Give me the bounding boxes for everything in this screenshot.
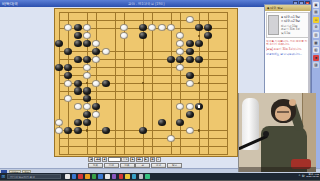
white-stone[interactable] xyxy=(102,48,110,55)
black-stone[interactable] xyxy=(74,32,82,39)
black-stone[interactable] xyxy=(139,127,147,134)
taskbar-app-icon[interactable] xyxy=(85,174,90,179)
white-stone[interactable] xyxy=(74,103,82,110)
black-stone[interactable] xyxy=(186,111,194,118)
nav-go-button[interactable]: 이동 xyxy=(121,157,129,162)
chat-message: [알림] 초읽기 30초 3회입니다. xyxy=(266,48,310,51)
white-stone[interactable] xyxy=(120,24,128,31)
black-stone[interactable] xyxy=(74,119,82,126)
webcam-overlay xyxy=(238,93,316,172)
black-stone[interactable] xyxy=(83,40,91,47)
white-stone[interactable] xyxy=(148,24,156,31)
black-stone[interactable] xyxy=(195,40,203,47)
white-stone[interactable] xyxy=(176,32,184,39)
black-stone[interactable] xyxy=(102,127,110,134)
white-stone[interactable] xyxy=(92,40,100,47)
taskbar-app-icon[interactable] xyxy=(145,174,150,179)
star-point xyxy=(198,82,200,84)
white-stone[interactable] xyxy=(92,56,100,63)
nav-forward-button[interactable]: ▦ xyxy=(150,157,155,162)
black-stone[interactable] xyxy=(186,40,194,47)
black-stone[interactable] xyxy=(176,56,184,63)
taskbar-search-input[interactable]: 여기에 입력하여 검색 xyxy=(7,174,61,180)
white-stone[interactable] xyxy=(83,64,91,71)
black-stone[interactable] xyxy=(83,119,91,126)
black-stone[interactable] xyxy=(74,80,82,87)
taskbar-app-icon[interactable] xyxy=(98,174,103,179)
black-stone[interactable] xyxy=(64,64,72,71)
white-stone[interactable] xyxy=(64,95,72,102)
white-stone[interactable] xyxy=(92,111,100,118)
taskbar-app-icon[interactable] xyxy=(132,174,137,179)
chat-message: 안녕하세요 잘 부탁드립니다... xyxy=(266,53,310,56)
black-stone[interactable] xyxy=(83,111,91,118)
player-row: ○ 대국자2 9단 xyxy=(281,19,309,24)
chat-area[interactable]: 대국을 시작합니다. 서로 예의를 지켜 주시기 바랍니다.[알림] 초읽기 3… xyxy=(266,40,310,100)
doc-icon[interactable]: ▥ xyxy=(313,32,319,38)
chart-icon[interactable]: ▧ xyxy=(313,47,319,53)
nav-forward-button[interactable]: ▶▶ xyxy=(136,157,143,162)
chat-message: 대국을 시작합니다. 서로 예의를 지켜 주시기 바랍니다. xyxy=(266,40,310,47)
taskbar-app-icon[interactable] xyxy=(92,174,97,179)
panel-header: ◆ 대국 정보 xyxy=(265,5,311,11)
webcam-person-glasses xyxy=(277,111,289,113)
black-stone[interactable] xyxy=(55,40,63,47)
black-stone[interactable] xyxy=(64,127,72,134)
system-tray: ^ 한 오후 4:12 2020-12-20 xyxy=(299,173,319,181)
game-rule-line: 덤 6.5집 xyxy=(281,31,309,35)
taskbar-app-icon[interactable] xyxy=(112,174,117,179)
settings-icon[interactable]: ▨ xyxy=(313,62,319,68)
black-stone[interactable] xyxy=(186,72,194,79)
white-stone[interactable] xyxy=(83,32,91,39)
taskbar-app-icons xyxy=(65,174,150,179)
player-info-box: ● 대국자1 9단○ 대국자2 9단 제한시간 10분초읽기 30초 3회덤 6… xyxy=(266,12,310,38)
black-stone[interactable] xyxy=(74,56,82,63)
white-stone[interactable] xyxy=(64,24,72,31)
webcam-person-face xyxy=(275,106,291,121)
white-stone[interactable] xyxy=(167,24,175,31)
taskbar-app-icon[interactable] xyxy=(65,174,70,179)
star-point xyxy=(86,82,88,84)
nav-forward-button[interactable]: ▶| xyxy=(144,157,149,162)
camera-icon[interactable]: ▦ xyxy=(313,40,319,46)
nav-forward-button[interactable]: ≡ xyxy=(156,157,161,162)
smiley-icon[interactable]: ☺ xyxy=(313,17,319,23)
black-stone[interactable] xyxy=(55,64,63,71)
black-stone[interactable] xyxy=(195,56,203,63)
black-stone[interactable] xyxy=(195,103,203,110)
stop-icon[interactable]: ■ xyxy=(313,55,319,61)
taskbar-app-icon[interactable] xyxy=(105,174,110,179)
webcam-microphone xyxy=(263,131,269,137)
white-stone[interactable] xyxy=(83,103,91,110)
white-stone[interactable] xyxy=(176,40,184,47)
black-stone[interactable] xyxy=(158,119,166,126)
black-stone[interactable] xyxy=(204,32,212,39)
player-stone-icon: ○ xyxy=(281,19,283,23)
white-stone[interactable] xyxy=(55,119,63,126)
black-stone[interactable] xyxy=(83,56,91,63)
gear-icon[interactable]: ⚙ xyxy=(313,24,319,30)
white-stone[interactable] xyxy=(64,80,72,87)
taskbar-clock[interactable]: 오후 4:12 2020-12-20 xyxy=(306,174,319,180)
black-stone[interactable] xyxy=(139,24,147,31)
webcam-person-hand xyxy=(289,99,296,106)
black-stone[interactable] xyxy=(167,56,175,63)
white-stone[interactable] xyxy=(186,103,194,110)
white-stone[interactable] xyxy=(120,32,128,39)
screen: 바둑대국 관전 - 제1대국실 (19로) ─□× |◀◀◀◀이동▶▶▶▶|▦≡… xyxy=(0,0,320,180)
white-stone[interactable] xyxy=(186,80,194,87)
white-stone[interactable] xyxy=(186,16,194,23)
white-stone[interactable] xyxy=(158,24,166,31)
black-stone[interactable] xyxy=(102,80,110,87)
black-stone[interactable] xyxy=(204,24,212,31)
white-stone[interactable] xyxy=(55,127,63,134)
black-stone[interactable] xyxy=(139,32,147,39)
white-stone[interactable] xyxy=(83,72,91,79)
black-stone[interactable] xyxy=(74,87,82,94)
black-stone[interactable] xyxy=(195,24,203,31)
last-move-marker xyxy=(198,105,200,107)
black-stone[interactable] xyxy=(92,103,100,110)
black-stone[interactable] xyxy=(64,48,72,55)
black-stone[interactable] xyxy=(74,127,82,134)
folder-icon[interactable]: ▤ xyxy=(313,9,319,15)
black-stone[interactable] xyxy=(186,48,194,55)
star-point xyxy=(86,129,88,131)
tray-ime-icon[interactable]: 한 xyxy=(302,174,305,178)
nav-buttons-row: |◀◀◀◀이동▶▶▶▶|▦≡ xyxy=(88,157,161,163)
player-stone-icon: ● xyxy=(281,15,283,19)
black-stone[interactable] xyxy=(83,87,91,94)
nav-forward-button[interactable]: ▶ xyxy=(130,157,135,162)
star-point xyxy=(198,35,200,37)
black-stone[interactable] xyxy=(83,95,91,102)
nav-back-button[interactable]: ◀◀ xyxy=(94,157,101,162)
avatar xyxy=(268,15,279,35)
webcam-desk-shadow xyxy=(239,167,316,172)
white-stone[interactable] xyxy=(186,127,194,134)
windows-taskbar: ⊞ 여기에 입력하여 검색 xyxy=(0,173,320,181)
window-subtitle: 관전 - 제1대국실 (19로) xyxy=(128,2,165,6)
taskbar-app-icon[interactable] xyxy=(119,174,124,179)
black-stone[interactable] xyxy=(74,40,82,47)
black-stone[interactable] xyxy=(186,56,194,63)
taskbar-app-icon[interactable] xyxy=(78,174,83,179)
start-button[interactable]: ⊞ xyxy=(0,173,7,181)
nav-back-button[interactable]: ◀ xyxy=(102,157,107,162)
tray-chevron-icon[interactable]: ^ xyxy=(299,174,300,178)
white-stone[interactable] xyxy=(176,103,184,110)
white-stone[interactable] xyxy=(83,24,91,31)
black-stone[interactable] xyxy=(74,24,82,31)
nav-back-button[interactable]: |◀ xyxy=(88,157,93,162)
star-point xyxy=(142,82,144,84)
go-board[interactable] xyxy=(54,8,238,157)
white-stone[interactable] xyxy=(176,48,184,55)
white-stone[interactable] xyxy=(176,64,184,71)
black-stone[interactable] xyxy=(176,119,184,126)
taskbar-app-icon[interactable] xyxy=(125,174,130,179)
window-icon[interactable]: ▣ xyxy=(313,2,319,8)
white-stone[interactable] xyxy=(167,135,175,142)
taskbar-app-icon[interactable] xyxy=(139,174,144,179)
star-point xyxy=(198,129,200,131)
window-title: 바둑대국 xyxy=(2,1,18,6)
move-number-input[interactable] xyxy=(108,157,121,162)
board-stones-layer xyxy=(55,9,239,158)
black-stone[interactable] xyxy=(64,72,72,79)
white-stone[interactable] xyxy=(92,80,100,87)
black-stone[interactable] xyxy=(92,48,100,55)
taskbar-app-icon[interactable] xyxy=(72,174,77,179)
